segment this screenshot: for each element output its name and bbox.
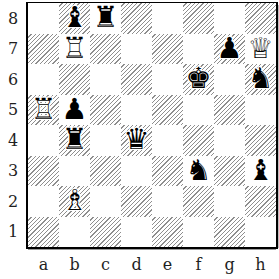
square-f1[interactable] (183, 217, 214, 248)
square-d7[interactable] (121, 34, 152, 65)
rank-label-5: 5 (0, 95, 26, 126)
square-c1[interactable] (90, 217, 121, 248)
file-label-a: a (28, 252, 59, 276)
file-label-e: e (152, 252, 183, 276)
square-f7[interactable] (183, 34, 214, 65)
square-e3[interactable] (152, 156, 183, 187)
square-g8[interactable] (214, 3, 245, 34)
board: ♝♜♖♟♕♚♞♖♟♜♛♞♝♗ (26, 2, 278, 249)
square-c4[interactable] (90, 125, 121, 156)
white-rook[interactable]: ♖ (62, 33, 88, 63)
rank-label-2: 2 (0, 186, 26, 217)
rank-label-1: 1 (0, 217, 26, 248)
white-queen[interactable]: ♕ (248, 33, 274, 63)
file-label-h: h (245, 252, 276, 276)
square-b1[interactable] (59, 217, 90, 248)
square-e7[interactable] (152, 34, 183, 65)
square-d5[interactable] (121, 95, 152, 126)
square-a2[interactable] (28, 186, 59, 217)
square-h1[interactable] (245, 217, 276, 248)
square-h2[interactable] (245, 186, 276, 217)
square-b8[interactable]: ♝ (59, 3, 90, 34)
square-b7[interactable]: ♖ (59, 34, 90, 65)
square-b4[interactable]: ♜ (59, 125, 90, 156)
black-queen[interactable]: ♛ (124, 124, 150, 154)
square-f2[interactable] (183, 186, 214, 217)
square-a1[interactable] (28, 217, 59, 248)
square-d4[interactable]: ♛ (121, 125, 152, 156)
square-c6[interactable] (90, 64, 121, 95)
black-pawn[interactable]: ♟ (62, 94, 88, 124)
black-bishop[interactable]: ♝ (248, 155, 274, 185)
square-c3[interactable] (90, 156, 121, 187)
square-f5[interactable] (183, 95, 214, 126)
black-rook[interactable]: ♜ (62, 124, 88, 154)
file-label-b: b (59, 252, 90, 276)
file-labels: a b c d e f g h (26, 252, 279, 276)
square-f8[interactable] (183, 3, 214, 34)
square-e5[interactable] (152, 95, 183, 126)
square-e2[interactable] (152, 186, 183, 217)
black-knight[interactable]: ♞ (186, 155, 212, 185)
square-c5[interactable] (90, 95, 121, 126)
square-g2[interactable] (214, 186, 245, 217)
white-bishop[interactable]: ♗ (62, 185, 88, 215)
white-rook[interactable]: ♖ (31, 94, 57, 124)
rank-label-3: 3 (0, 156, 26, 187)
square-h5[interactable] (245, 95, 276, 126)
rank-label-6: 6 (0, 64, 26, 95)
square-c8[interactable]: ♜ (90, 3, 121, 34)
square-e6[interactable] (152, 64, 183, 95)
square-g5[interactable] (214, 95, 245, 126)
square-h3[interactable]: ♝ (245, 156, 276, 187)
chess-diagram: 8 7 6 5 4 3 2 1 ♝♜♖♟♕♚♞♖♟♜♛♞♝♗ a b c d e… (0, 0, 279, 279)
square-a4[interactable] (28, 125, 59, 156)
square-d8[interactable] (121, 3, 152, 34)
rank-label-7: 7 (0, 34, 26, 65)
square-h7[interactable]: ♕ (245, 34, 276, 65)
square-f3[interactable]: ♞ (183, 156, 214, 187)
square-f6[interactable]: ♚ (183, 64, 214, 95)
black-knight[interactable]: ♞ (248, 63, 274, 93)
square-a6[interactable] (28, 64, 59, 95)
square-e1[interactable] (152, 217, 183, 248)
square-g3[interactable] (214, 156, 245, 187)
square-h6[interactable]: ♞ (245, 64, 276, 95)
rank-label-8: 8 (0, 3, 26, 34)
square-g4[interactable] (214, 125, 245, 156)
square-a3[interactable] (28, 156, 59, 187)
black-pawn[interactable]: ♟ (217, 33, 243, 63)
square-g7[interactable]: ♟ (214, 34, 245, 65)
square-h8[interactable] (245, 3, 276, 34)
square-e8[interactable] (152, 3, 183, 34)
square-a8[interactable] (28, 3, 59, 34)
file-label-c: c (90, 252, 121, 276)
square-d1[interactable] (121, 217, 152, 248)
square-d3[interactable] (121, 156, 152, 187)
black-rook[interactable]: ♜ (93, 2, 119, 32)
square-d6[interactable] (121, 64, 152, 95)
square-a5[interactable]: ♖ (28, 95, 59, 126)
square-b3[interactable] (59, 156, 90, 187)
black-bishop[interactable]: ♝ (62, 2, 88, 32)
rank-label-4: 4 (0, 125, 26, 156)
square-h4[interactable] (245, 125, 276, 156)
square-a7[interactable] (28, 34, 59, 65)
file-label-g: g (214, 252, 245, 276)
square-f4[interactable] (183, 125, 214, 156)
square-b6[interactable] (59, 64, 90, 95)
rank-labels: 8 7 6 5 4 3 2 1 (0, 3, 26, 247)
square-b5[interactable]: ♟ (59, 95, 90, 126)
square-e4[interactable] (152, 125, 183, 156)
square-c7[interactable] (90, 34, 121, 65)
square-d2[interactable] (121, 186, 152, 217)
square-g1[interactable] (214, 217, 245, 248)
black-king[interactable]: ♚ (186, 63, 212, 93)
square-b2[interactable]: ♗ (59, 186, 90, 217)
square-g6[interactable] (214, 64, 245, 95)
file-label-d: d (121, 252, 152, 276)
square-c2[interactable] (90, 186, 121, 217)
file-label-f: f (183, 252, 214, 276)
